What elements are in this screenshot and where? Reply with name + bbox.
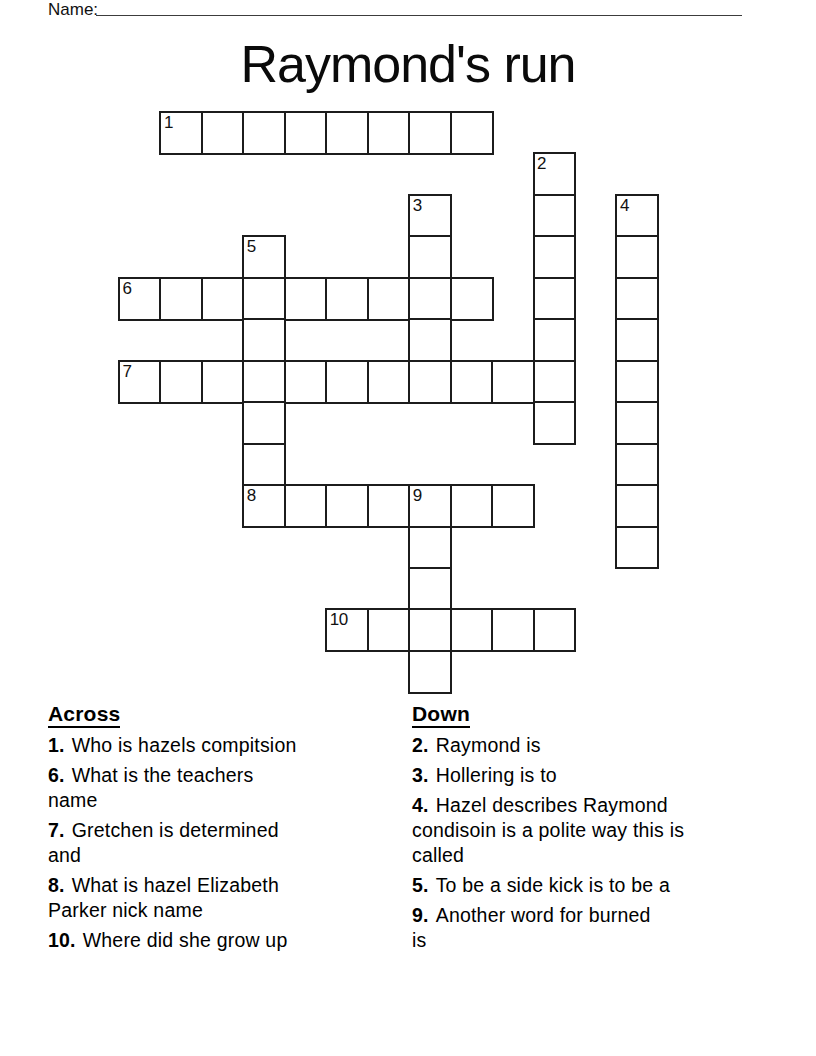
grid-cell-r5c10[interactable]	[533, 318, 577, 362]
grid-cell-r6c12[interactable]	[615, 360, 659, 404]
grid-cell-r3c3[interactable]: 5	[242, 235, 286, 279]
clue-across-6: 6.What is the teachers name	[48, 763, 388, 813]
clue-number-label: 7	[123, 362, 132, 381]
clue-number-label: 8	[247, 486, 256, 505]
clue-number: 10.	[48, 929, 76, 951]
grid-cell-r4c5[interactable]	[325, 277, 369, 321]
grid-cell-r9c7[interactable]: 9	[408, 484, 452, 528]
grid-cell-r0c7[interactable]	[408, 111, 452, 155]
clue-number: 1.	[48, 734, 65, 756]
grid-cell-r8c12[interactable]	[615, 443, 659, 487]
down-clue-list: 2.Raymond is3.Hollering is to4.Hazel des…	[412, 733, 792, 953]
grid-cell-r3c10[interactable]	[533, 235, 577, 279]
clue-text: Raymond is	[436, 734, 541, 756]
clue-text: To be a side kick is to be a	[436, 874, 670, 896]
grid-cell-r9c8[interactable]	[450, 484, 494, 528]
clue-number: 5.	[412, 874, 429, 896]
grid-cell-r0c5[interactable]	[325, 111, 369, 155]
clue-number-label: 6	[123, 279, 132, 298]
grid-cell-r13c7[interactable]	[408, 650, 452, 694]
clue-across-7: 7.Gretchen is determined and	[48, 818, 388, 868]
clue-text: Where did she grow up	[83, 929, 288, 951]
clue-number: 6.	[48, 764, 65, 786]
grid-cell-r9c5[interactable]	[325, 484, 369, 528]
name-line[interactable]	[96, 2, 742, 16]
grid-cell-r0c2[interactable]	[201, 111, 245, 155]
clue-text: Hazel describes Raymond condisoin is a p…	[412, 794, 684, 866]
grid-cell-r11c7[interactable]	[408, 567, 452, 611]
clue-text: Hollering is to	[436, 764, 557, 786]
grid-cell-r12c6[interactable]	[367, 608, 411, 652]
grid-cell-r4c3[interactable]	[242, 277, 286, 321]
grid-cell-r1c10[interactable]: 2	[533, 152, 577, 196]
grid-cell-r3c7[interactable]	[408, 235, 452, 279]
clue-number-label: 5	[247, 237, 256, 256]
grid-cell-r0c3[interactable]	[242, 111, 286, 155]
worksheet-page: Name: Raymond's run 12345678910 Across 1…	[0, 0, 816, 1056]
grid-cell-r6c8[interactable]	[450, 360, 494, 404]
grid-cell-r9c3[interactable]: 8	[242, 484, 286, 528]
clue-number: 3.	[412, 764, 429, 786]
grid-cell-r5c3[interactable]	[242, 318, 286, 362]
grid-cell-r6c2[interactable]	[201, 360, 245, 404]
grid-cell-r4c4[interactable]	[284, 277, 328, 321]
clue-text: Who is hazels compitsion	[72, 734, 297, 756]
grid-cell-r2c10[interactable]	[533, 194, 577, 238]
grid-cell-r6c3[interactable]	[242, 360, 286, 404]
clue-down-4: 4.Hazel describes Raymond condisoin is a…	[412, 793, 792, 868]
clue-number: 9.	[412, 904, 429, 926]
clue-text: Another word for burned is	[412, 904, 651, 951]
grid-cell-r2c12[interactable]: 4	[615, 194, 659, 238]
grid-cell-r12c7[interactable]	[408, 608, 452, 652]
grid-cell-r5c12[interactable]	[615, 318, 659, 362]
clue-number: 4.	[412, 794, 429, 816]
grid-cell-r9c12[interactable]	[615, 484, 659, 528]
clue-down-2: 2.Raymond is	[412, 733, 792, 758]
grid-cell-r6c0[interactable]: 7	[118, 360, 162, 404]
grid-cell-r10c12[interactable]	[615, 526, 659, 570]
clue-number-label: 4	[620, 196, 629, 215]
grid-cell-r12c8[interactable]	[450, 608, 494, 652]
clue-number: 2.	[412, 734, 429, 756]
grid-cell-r12c10[interactable]	[533, 608, 577, 652]
grid-cell-r2c7[interactable]: 3	[408, 194, 452, 238]
grid-cell-r7c3[interactable]	[242, 401, 286, 445]
grid-cell-r3c12[interactable]	[615, 235, 659, 279]
clue-text: What is the teachers name	[48, 764, 253, 811]
clue-across-10: 10.Where did she grow up	[48, 928, 388, 953]
grid-cell-r4c12[interactable]	[615, 277, 659, 321]
grid-cell-r7c12[interactable]	[615, 401, 659, 445]
down-clues: Down 2.Raymond is3.Hollering is to4.Haze…	[412, 701, 792, 958]
clue-number-label: 3	[413, 196, 422, 215]
grid-cell-r9c6[interactable]	[367, 484, 411, 528]
grid-cell-r4c0[interactable]: 6	[118, 277, 162, 321]
clue-number-label: 2	[537, 154, 546, 173]
clue-number: 8.	[48, 874, 65, 896]
page-title: Raymond's run	[0, 36, 816, 92]
clue-down-5: 5.To be a side kick is to be a	[412, 873, 792, 898]
clue-text: What is hazel Elizabeth Parker nick name	[48, 874, 279, 921]
grid-cell-r7c10[interactable]	[533, 401, 577, 445]
grid-cell-r9c4[interactable]	[284, 484, 328, 528]
name-label: Name:	[48, 0, 98, 19]
clue-across-1: 1.Who is hazels compitsion	[48, 733, 388, 758]
clue-down-9: 9.Another word for burned is	[412, 903, 792, 953]
grid-cell-r4c10[interactable]	[533, 277, 577, 321]
across-clue-list: 1.Who is hazels compitsion6.What is the …	[48, 733, 388, 953]
crossword-grid: 12345678910	[118, 111, 660, 695]
grid-cell-r8c3[interactable]	[242, 443, 286, 487]
clue-number-label: 10	[330, 610, 348, 629]
clue-down-3: 3.Hollering is to	[412, 763, 792, 788]
grid-cell-r0c6[interactable]	[367, 111, 411, 155]
across-clues: Across 1.Who is hazels compitsion6.What …	[48, 701, 388, 958]
clue-number: 7.	[48, 819, 65, 841]
clue-across-8: 8.What is hazel Elizabeth Parker nick na…	[48, 873, 388, 923]
grid-cell-r4c7[interactable]	[408, 277, 452, 321]
grid-cell-r6c1[interactable]	[159, 360, 203, 404]
grid-cell-r4c8[interactable]	[450, 277, 494, 321]
grid-cell-r4c6[interactable]	[367, 277, 411, 321]
grid-cell-r4c2[interactable]	[201, 277, 245, 321]
grid-cell-r6c9[interactable]	[491, 360, 535, 404]
clue-number-label: 9	[413, 486, 422, 505]
clue-number-label: 1	[164, 113, 173, 132]
grid-cell-r6c7[interactable]	[408, 360, 452, 404]
grid-cell-r4c1[interactable]	[159, 277, 203, 321]
grid-cell-r6c6[interactable]	[367, 360, 411, 404]
grid-cell-r10c7[interactable]	[408, 526, 452, 570]
grid-cell-r0c4[interactable]	[284, 111, 328, 155]
grid-cell-r12c9[interactable]	[491, 608, 535, 652]
grid-cell-r6c4[interactable]	[284, 360, 328, 404]
grid-cell-r6c10[interactable]	[533, 360, 577, 404]
grid-cell-r0c8[interactable]	[450, 111, 494, 155]
grid-cell-r5c7[interactable]	[408, 318, 452, 362]
grid-cell-r9c9[interactable]	[491, 484, 535, 528]
across-heading: Across	[48, 701, 388, 726]
clue-text: Gretchen is determined and	[48, 819, 279, 866]
grid-cell-r6c5[interactable]	[325, 360, 369, 404]
grid-cell-r12c5[interactable]: 10	[325, 608, 369, 652]
grid-cell-r0c1[interactable]: 1	[159, 111, 203, 155]
down-heading: Down	[412, 701, 792, 726]
